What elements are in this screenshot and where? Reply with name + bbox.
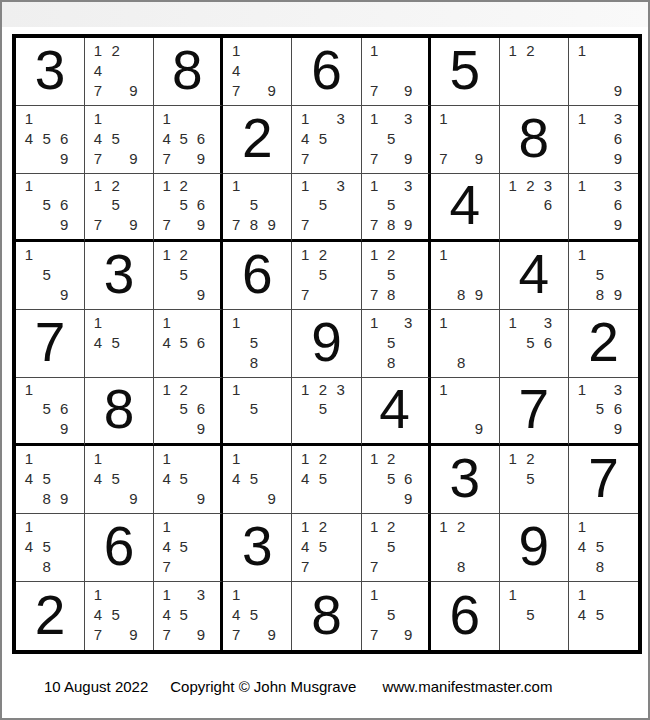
candidate-digit-2: 2: [175, 380, 192, 399]
candidate-digit-1: 1: [158, 516, 175, 536]
candidate-digit-4: 4: [158, 128, 175, 148]
candidate-digit-1: 1: [366, 40, 383, 60]
candidate-digit-3: 3: [609, 108, 627, 128]
cell-r8c1[interactable]: 1458: [16, 514, 85, 582]
pencil-marks: 14579: [227, 584, 280, 645]
candidate-digit-5: 5: [591, 604, 609, 624]
pencil-marks: 145679: [158, 108, 209, 168]
cell-r8c8[interactable]: 9: [500, 514, 569, 582]
candidate-digit-5: 5: [175, 604, 192, 624]
cell-r5c5[interactable]: 9: [292, 310, 361, 378]
candidate-digit-1: 1: [296, 108, 314, 128]
candidate-digit-5: 5: [383, 128, 400, 148]
pencil-marks: 1458: [573, 516, 627, 576]
candidate-digit-4: 4: [158, 536, 175, 556]
cell-r2c1[interactable]: 14569: [16, 106, 85, 174]
candidate-digit-1: 1: [20, 516, 38, 536]
pencil-marks: 13457: [296, 108, 349, 168]
pencil-marks: 1257: [366, 516, 417, 576]
candidate-digit-9: 9: [470, 148, 488, 168]
cell-r9c1[interactable]: 2: [16, 582, 85, 650]
candidate-digit-1: 1: [158, 176, 175, 195]
candidate-digit-3: 3: [539, 312, 557, 332]
pencil-marks: 1357: [296, 176, 349, 234]
pencil-marks: 1356: [504, 312, 557, 372]
candidate-digit-4: 4: [296, 468, 314, 488]
footer: 10 August 2022 Copyright © John Musgrave…: [2, 673, 648, 699]
candidate-digit-5: 5: [314, 468, 332, 488]
candidate-digit-1: 1: [573, 584, 591, 604]
candidate-digit-1: 1: [89, 176, 107, 195]
cell-r7c9[interactable]: 7: [569, 446, 638, 514]
cell-r9c7[interactable]: 6: [431, 582, 500, 650]
cell-r2c7[interactable]: 179: [431, 106, 500, 174]
candidate-digit-2: 2: [383, 516, 400, 536]
cell-r6c1[interactable]: 1569: [16, 378, 85, 446]
candidate-digit-1: 1: [435, 516, 453, 536]
candidate-digit-8: 8: [245, 215, 263, 234]
candidate-digit-4: 4: [89, 332, 107, 352]
pencil-marks: 1569: [20, 380, 73, 438]
candidate-digit-6: 6: [192, 332, 209, 352]
cell-r7c6[interactable]: 12569: [362, 446, 431, 514]
candidate-digit-9: 9: [263, 488, 281, 508]
candidate-digit-1: 1: [20, 380, 38, 399]
candidate-digit-5: 5: [175, 468, 192, 488]
pencil-marks: 15789: [227, 176, 280, 234]
candidate-digit-4: 4: [20, 536, 38, 556]
candidate-digit-1: 1: [573, 40, 591, 60]
candidate-digit-7: 7: [158, 148, 175, 168]
copyright-text: Copyright © John Musgrave: [170, 678, 356, 695]
solved-digit: 8: [172, 43, 203, 98]
candidate-digit-9: 9: [609, 419, 627, 438]
solved-digit: 6: [104, 519, 135, 574]
candidate-digit-5: 5: [314, 195, 332, 214]
solved-digit: 8: [311, 588, 342, 643]
candidate-digit-5: 5: [314, 536, 332, 556]
cell-r3c3[interactable]: 125679: [154, 174, 223, 242]
candidate-digit-9: 9: [470, 419, 488, 438]
candidate-digit-1: 1: [227, 176, 245, 195]
solved-digit: 2: [35, 588, 66, 643]
candidate-digit-1: 1: [366, 312, 383, 332]
candidate-digit-3: 3: [192, 584, 209, 604]
solved-digit: 9: [519, 519, 550, 574]
cell-r6c3[interactable]: 12569: [154, 378, 223, 446]
pencil-marks: 1459: [89, 448, 142, 508]
pencil-marks: 189: [435, 244, 488, 304]
cell-r5c9[interactable]: 2: [569, 310, 638, 378]
top-band: [2, 2, 648, 27]
candidate-digit-1: 1: [296, 516, 314, 536]
pencil-marks: 13579: [366, 108, 417, 168]
candidate-digit-1: 1: [89, 584, 107, 604]
candidate-digit-5: 5: [107, 468, 125, 488]
candidate-digit-9: 9: [125, 625, 143, 645]
candidate-digit-4: 4: [227, 468, 245, 488]
candidate-digit-3: 3: [400, 108, 417, 128]
candidate-digit-3: 3: [400, 312, 417, 332]
candidate-digit-1: 1: [158, 380, 175, 399]
pencil-marks: 18: [435, 312, 488, 372]
cell-r2c2[interactable]: 14579: [85, 106, 154, 174]
candidate-digit-4: 4: [227, 60, 245, 80]
pencil-marks: 1589: [573, 244, 627, 304]
solved-digit: 8: [519, 111, 550, 166]
candidate-digit-5: 5: [175, 128, 192, 148]
pencil-marks: 1236: [504, 176, 557, 234]
candidate-digit-7: 7: [366, 556, 383, 576]
pencil-marks: 14589: [20, 448, 73, 508]
candidate-digit-5: 5: [245, 468, 263, 488]
candidate-digit-8: 8: [452, 352, 470, 372]
cell-r8c5[interactable]: 12457: [292, 514, 361, 582]
cell-r4c9[interactable]: 1589: [569, 242, 638, 310]
cell-r5c8[interactable]: 1356: [500, 310, 569, 378]
candidate-digit-5: 5: [175, 195, 192, 214]
cell-r3c6[interactable]: 135789: [362, 174, 431, 242]
candidate-digit-2: 2: [314, 516, 332, 536]
cell-r2c5[interactable]: 13457: [292, 106, 361, 174]
cell-r9c5[interactable]: 8: [292, 582, 361, 650]
cell-r9c6[interactable]: 1579: [362, 582, 431, 650]
candidate-digit-9: 9: [470, 284, 488, 304]
candidate-digit-1: 1: [573, 244, 591, 264]
candidate-digit-3: 3: [539, 176, 557, 195]
cell-r2c4[interactable]: 2: [223, 106, 292, 174]
candidate-digit-1: 1: [158, 108, 175, 128]
candidate-digit-6: 6: [55, 128, 73, 148]
candidate-digit-9: 9: [192, 284, 209, 304]
candidate-digit-6: 6: [609, 128, 627, 148]
cell-r7c1[interactable]: 14589: [16, 446, 85, 514]
candidate-digit-7: 7: [89, 625, 107, 645]
cell-r2c8[interactable]: 8: [500, 106, 569, 174]
candidate-digit-7: 7: [366, 284, 383, 304]
candidate-digit-1: 1: [366, 176, 383, 195]
pencil-marks: 1235: [296, 380, 349, 438]
cell-r5c7[interactable]: 18: [431, 310, 500, 378]
candidate-digit-1: 1: [158, 584, 175, 604]
candidate-digit-1: 1: [435, 312, 453, 332]
cell-r4c8[interactable]: 4: [500, 242, 569, 310]
solved-digit: 8: [104, 382, 135, 437]
solved-digit: 4: [449, 178, 480, 233]
cell-r3c8[interactable]: 1236: [500, 174, 569, 242]
cell-r9c9[interactable]: 145: [569, 582, 638, 650]
candidate-digit-9: 9: [400, 80, 417, 100]
pencil-marks: 1458: [20, 516, 73, 576]
cell-r5c6[interactable]: 1358: [362, 310, 431, 378]
solved-digit: 5: [449, 43, 480, 98]
cell-r4c3[interactable]: 1259: [154, 242, 223, 310]
cell-r1c9[interactable]: 19: [569, 38, 638, 106]
candidate-digit-1: 1: [89, 312, 107, 332]
cell-r4c5[interactable]: 1257: [292, 242, 361, 310]
website-text: www.manifestmaster.com: [382, 678, 552, 695]
candidate-digit-1: 1: [89, 448, 107, 468]
pencil-marks: 1479: [227, 40, 280, 100]
cell-r7c8[interactable]: 125: [500, 446, 569, 514]
candidate-digit-5: 5: [383, 264, 400, 284]
candidate-digit-4: 4: [158, 604, 175, 624]
cell-r3c7[interactable]: 4: [431, 174, 500, 242]
cell-r6c5[interactable]: 1235: [292, 378, 361, 446]
candidate-digit-4: 4: [296, 536, 314, 556]
candidate-digit-9: 9: [609, 215, 627, 234]
candidate-digit-5: 5: [314, 264, 332, 284]
solved-digit: 4: [519, 247, 550, 302]
candidate-digit-1: 1: [227, 448, 245, 468]
candidate-digit-5: 5: [383, 536, 400, 556]
pencil-marks: 145: [89, 312, 142, 372]
cell-r9c3[interactable]: 134579: [154, 582, 223, 650]
candidate-digit-4: 4: [20, 128, 38, 148]
cell-r1c3[interactable]: 8: [154, 38, 223, 106]
cell-r8c3[interactable]: 1457: [154, 514, 223, 582]
solved-digit: 2: [242, 111, 273, 166]
solved-digit: 4: [379, 382, 410, 437]
candidate-digit-9: 9: [263, 625, 281, 645]
candidate-digit-9: 9: [609, 80, 627, 100]
candidate-digit-2: 2: [314, 448, 332, 468]
candidate-digit-7: 7: [366, 625, 383, 645]
candidate-digit-5: 5: [591, 264, 609, 284]
cell-r3c4[interactable]: 15789: [223, 174, 292, 242]
solved-digit: 9: [311, 315, 342, 370]
cell-r7c7[interactable]: 3: [431, 446, 500, 514]
candidate-digit-6: 6: [539, 195, 557, 214]
candidate-digit-1: 1: [573, 108, 591, 128]
cell-r9c2[interactable]: 14579: [85, 582, 154, 650]
cell-r7c3[interactable]: 1459: [154, 446, 223, 514]
pencil-marks: 135789: [366, 176, 417, 234]
candidate-digit-7: 7: [296, 215, 314, 234]
cell-r2c9[interactable]: 1369: [569, 106, 638, 174]
pencil-marks: 14579: [89, 108, 142, 168]
cell-r6c9[interactable]: 13569: [569, 378, 638, 446]
candidate-digit-9: 9: [55, 215, 73, 234]
cell-r3c5[interactable]: 1357: [292, 174, 361, 242]
candidate-digit-2: 2: [175, 176, 192, 195]
candidate-digit-7: 7: [158, 625, 175, 645]
candidate-digit-5: 5: [107, 128, 125, 148]
candidate-digit-8: 8: [383, 215, 400, 234]
cell-r8c4[interactable]: 3: [223, 514, 292, 582]
pencil-marks: 1569: [20, 176, 73, 234]
cell-r7c2[interactable]: 1459: [85, 446, 154, 514]
cell-r1c8[interactable]: 12: [500, 38, 569, 106]
candidate-digit-2: 2: [521, 40, 539, 60]
pencil-marks: 1579: [366, 584, 417, 645]
candidate-digit-5: 5: [245, 195, 263, 214]
pencil-marks: 12569: [366, 448, 417, 508]
candidate-digit-2: 2: [107, 40, 125, 60]
candidate-digit-4: 4: [573, 604, 591, 624]
candidate-digit-1: 1: [158, 312, 175, 332]
solved-digit: 3: [104, 247, 135, 302]
solved-digit: 2: [588, 315, 619, 370]
candidate-digit-1: 1: [296, 176, 314, 195]
cell-r9c4[interactable]: 14579: [223, 582, 292, 650]
candidate-digit-1: 1: [227, 312, 245, 332]
pencil-marks: 125: [504, 448, 557, 508]
candidate-digit-4: 4: [89, 604, 107, 624]
candidate-digit-1: 1: [366, 244, 383, 264]
candidate-digit-8: 8: [245, 352, 263, 372]
cell-r5c1[interactable]: 7: [16, 310, 85, 378]
pencil-marks: 19: [435, 380, 488, 438]
cell-r5c4[interactable]: 158: [223, 310, 292, 378]
cell-r9c8[interactable]: 15: [500, 582, 569, 650]
candidate-digit-5: 5: [107, 332, 125, 352]
candidate-digit-9: 9: [55, 284, 73, 304]
candidate-digit-1: 1: [504, 312, 522, 332]
candidate-digit-5: 5: [383, 468, 400, 488]
cell-r1c6[interactable]: 179: [362, 38, 431, 106]
cell-r2c3[interactable]: 145679: [154, 106, 223, 174]
cell-r4c6[interactable]: 12578: [362, 242, 431, 310]
candidate-digit-1: 1: [366, 584, 383, 604]
pencil-marks: 1457: [158, 516, 209, 576]
candidate-digit-8: 8: [452, 284, 470, 304]
cell-r6c7[interactable]: 19: [431, 378, 500, 446]
candidate-digit-8: 8: [38, 556, 56, 576]
candidate-digit-1: 1: [227, 40, 245, 60]
candidate-digit-4: 4: [89, 468, 107, 488]
candidate-digit-7: 7: [296, 556, 314, 576]
solved-digit: 7: [35, 315, 66, 370]
puzzle-page: 3124798147961795121914569145791456792134…: [0, 0, 650, 720]
candidate-digit-4: 4: [89, 128, 107, 148]
candidate-digit-7: 7: [296, 284, 314, 304]
candidate-digit-1: 1: [89, 108, 107, 128]
candidate-digit-1: 1: [504, 584, 522, 604]
cell-r6c8[interactable]: 7: [500, 378, 569, 446]
cell-r3c1[interactable]: 1569: [16, 174, 85, 242]
cell-r1c1[interactable]: 3: [16, 38, 85, 106]
candidate-digit-8: 8: [383, 284, 400, 304]
candidate-digit-2: 2: [383, 448, 400, 468]
candidate-digit-1: 1: [158, 244, 175, 264]
cell-r5c3[interactable]: 1456: [154, 310, 223, 378]
candidate-digit-4: 4: [20, 468, 38, 488]
cell-r4c2[interactable]: 3: [85, 242, 154, 310]
candidate-digit-6: 6: [192, 128, 209, 148]
candidate-digit-5: 5: [175, 264, 192, 284]
candidate-digit-7: 7: [158, 556, 175, 576]
candidate-digit-8: 8: [452, 556, 470, 576]
pencil-marks: 179: [366, 40, 417, 100]
candidate-digit-6: 6: [192, 195, 209, 214]
candidate-digit-1: 1: [366, 516, 383, 536]
cell-r2c6[interactable]: 13579: [362, 106, 431, 174]
cell-r3c9[interactable]: 1369: [569, 174, 638, 242]
cell-r8c9[interactable]: 1458: [569, 514, 638, 582]
cell-r7c4[interactable]: 1459: [223, 446, 292, 514]
pencil-marks: 12569: [158, 380, 209, 438]
cell-r4c7[interactable]: 189: [431, 242, 500, 310]
candidate-digit-6: 6: [609, 399, 627, 418]
candidate-digit-1: 1: [20, 108, 38, 128]
candidate-digit-6: 6: [400, 468, 417, 488]
candidate-digit-6: 6: [55, 195, 73, 214]
candidate-digit-1: 1: [89, 40, 107, 60]
candidate-digit-2: 2: [452, 516, 470, 536]
candidate-digit-5: 5: [107, 604, 125, 624]
cell-r6c6[interactable]: 4: [362, 378, 431, 446]
pencil-marks: 1358: [366, 312, 417, 372]
candidate-digit-3: 3: [609, 380, 627, 399]
pencil-marks: 12457: [296, 516, 349, 576]
candidate-digit-3: 3: [609, 176, 627, 195]
candidate-digit-1: 1: [366, 108, 383, 128]
cell-r1c7[interactable]: 5: [431, 38, 500, 106]
candidate-digit-1: 1: [296, 244, 314, 264]
candidate-digit-9: 9: [400, 148, 417, 168]
candidate-digit-1: 1: [573, 380, 591, 399]
cell-r1c4[interactable]: 1479: [223, 38, 292, 106]
candidate-digit-9: 9: [192, 625, 209, 645]
candidate-digit-7: 7: [89, 215, 107, 234]
pencil-marks: 14579: [89, 584, 142, 645]
candidate-digit-2: 2: [107, 176, 125, 195]
cell-r1c2[interactable]: 12479: [85, 38, 154, 106]
candidate-digit-4: 4: [89, 60, 107, 80]
candidate-digit-7: 7: [158, 215, 175, 234]
candidate-digit-7: 7: [366, 215, 383, 234]
candidate-digit-7: 7: [435, 148, 453, 168]
candidate-digit-9: 9: [609, 148, 627, 168]
solved-digit: 6: [242, 247, 273, 302]
candidate-digit-9: 9: [55, 488, 73, 508]
candidate-digit-5: 5: [383, 195, 400, 214]
candidate-digit-4: 4: [227, 604, 245, 624]
cell-r3c2[interactable]: 12579: [85, 174, 154, 242]
candidate-digit-5: 5: [314, 399, 332, 418]
cell-r4c4[interactable]: 6: [223, 242, 292, 310]
cell-r6c4[interactable]: 15: [223, 378, 292, 446]
cell-r5c2[interactable]: 145: [85, 310, 154, 378]
cell-r1c5[interactable]: 6: [292, 38, 361, 106]
candidate-digit-5: 5: [175, 332, 192, 352]
cell-r8c2[interactable]: 6: [85, 514, 154, 582]
candidate-digit-1: 1: [573, 516, 591, 536]
pencil-marks: 14569: [20, 108, 73, 168]
cell-r8c7[interactable]: 128: [431, 514, 500, 582]
candidate-digit-1: 1: [20, 176, 38, 195]
candidate-digit-1: 1: [296, 448, 314, 468]
candidate-digit-5: 5: [383, 604, 400, 624]
candidate-digit-4: 4: [296, 128, 314, 148]
candidate-digit-2: 2: [383, 244, 400, 264]
candidate-digit-1: 1: [20, 448, 38, 468]
cell-r8c6[interactable]: 1257: [362, 514, 431, 582]
pencil-marks: 1259: [158, 244, 209, 304]
cell-r4c1[interactable]: 159: [16, 242, 85, 310]
cell-r7c5[interactable]: 1245: [292, 446, 361, 514]
candidate-digit-5: 5: [38, 128, 56, 148]
candidate-digit-5: 5: [38, 195, 56, 214]
solved-digit: 3: [242, 519, 273, 574]
candidate-digit-2: 2: [521, 176, 539, 195]
candidate-digit-2: 2: [521, 448, 539, 468]
cell-r6c2[interactable]: 8: [85, 378, 154, 446]
candidate-digit-1: 1: [573, 176, 591, 195]
candidate-digit-1: 1: [504, 448, 522, 468]
candidate-digit-9: 9: [192, 148, 209, 168]
